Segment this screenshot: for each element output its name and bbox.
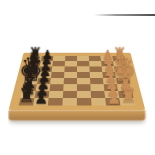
- piece-wp: ♟: [101, 48, 113, 61]
- board-front-edge: [8, 110, 145, 120]
- square-r5c3: [63, 84, 77, 91]
- square-r3c1: ♟: [38, 72, 52, 78]
- square-r5c7: ♝: [117, 84, 132, 91]
- square-r7c5: [91, 98, 106, 105]
- square-r4c3: [64, 78, 77, 84]
- square-r3c3: [64, 72, 77, 78]
- square-r4c4: [77, 78, 90, 84]
- square-r4c2: [50, 78, 64, 84]
- square-r5c6: ♟: [104, 84, 118, 91]
- square-r6c6: ♟: [104, 91, 119, 98]
- square-r6c4: [77, 91, 91, 98]
- square-r4c0: ♚: [24, 78, 38, 84]
- square-r7c7: ♜: [119, 98, 135, 105]
- piece-bp: ♟: [35, 83, 49, 98]
- square-r4c1: ♟: [37, 78, 51, 84]
- board-grid: ♜♟♟♜♞♟♟♞♝♟♟♝♛♟♟♛♚♟♟♚♝♟♟♝♞♟♟♞♜♟♟♜: [19, 56, 135, 105]
- square-r7c6: ♟: [105, 98, 120, 105]
- square-r5c5: [90, 84, 104, 91]
- square-r3c5: [90, 72, 103, 78]
- square-r6c1: ♟: [35, 91, 50, 98]
- square-r7c4: [77, 98, 92, 105]
- square-r2c6: ♟: [102, 66, 115, 72]
- piece-wr: ♜: [112, 45, 126, 61]
- square-r3c4: [77, 72, 90, 78]
- square-r3c7: ♛: [115, 72, 129, 78]
- piece-wn: ♞: [118, 78, 136, 98]
- square-r2c2: [52, 66, 65, 72]
- square-r6c3: [63, 91, 77, 98]
- square-r2c4: [77, 66, 90, 72]
- square-r6c2: [49, 91, 64, 98]
- photo-stage: ♜♟♟♜♞♟♟♞♝♟♟♝♛♟♟♛♚♟♟♚♝♟♟♝♞♟♟♞♜♟♟♜: [0, 0, 155, 155]
- square-r6c7: ♞: [118, 91, 133, 98]
- piece-bn: ♞: [19, 78, 37, 98]
- square-r6c5: [91, 91, 106, 98]
- square-r5c1: ♟: [36, 84, 51, 91]
- square-r4c5: [90, 78, 104, 84]
- piece-bp: ♟: [41, 48, 53, 61]
- square-r5c0: ♝: [22, 84, 37, 91]
- square-r3c2: [51, 72, 64, 78]
- square-r7c0: ♜: [19, 98, 35, 105]
- square-r4c6: ♟: [103, 78, 117, 84]
- square-r3c6: ♟: [102, 72, 116, 78]
- piece-wp: ♟: [105, 83, 119, 98]
- square-r6c0: ♞: [20, 91, 35, 98]
- square-r5c2: [50, 84, 64, 91]
- square-r4c7: ♚: [116, 78, 130, 84]
- square-r2c7: ♝: [114, 66, 128, 72]
- square-r7c2: [48, 98, 63, 105]
- square-r7c1: ♟: [33, 98, 48, 105]
- square-r2c0: ♝: [26, 66, 40, 72]
- square-r2c3: [64, 66, 77, 72]
- square-r5c4: [77, 84, 91, 91]
- square-r2c1: ♟: [39, 66, 52, 72]
- square-r3c0: ♛: [25, 72, 39, 78]
- chess-board: ♜♟♟♜♞♟♟♞♝♟♟♝♛♟♟♛♚♟♟♚♝♟♟♝♞♟♟♞♜♟♟♜: [8, 53, 145, 110]
- piece-bp: ♟: [36, 76, 49, 91]
- square-r7c3: [62, 98, 77, 105]
- chessboard-scene: ♜♟♟♜♞♟♟♞♝♟♟♝♛♟♟♛♚♟♟♚♝♟♟♝♞♟♟♞♜♟♟♜: [0, 0, 155, 155]
- piece-wp: ♟: [105, 76, 118, 91]
- piece-br: ♜: [28, 45, 42, 61]
- square-r2c5: [89, 66, 102, 72]
